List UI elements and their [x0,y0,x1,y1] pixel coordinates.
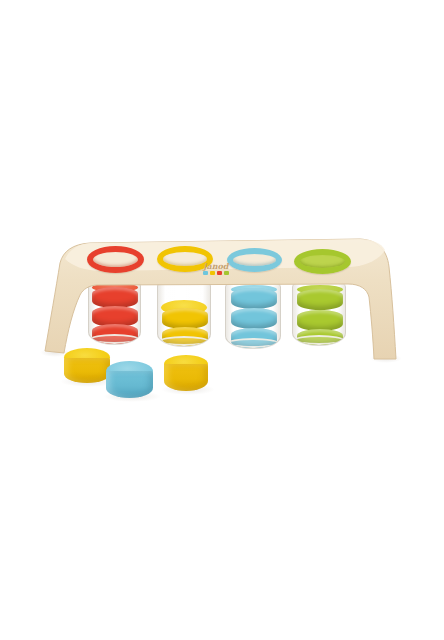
logo-square-blue [203,271,208,275]
brand-logo: janod [194,263,238,275]
logo-square-green [224,271,229,275]
stacking-toy: janod [0,0,444,640]
brand-logo-squares [194,271,238,275]
disc-side [106,371,153,398]
brand-logo-text: janod [194,263,238,270]
disc-side [64,358,110,383]
logo-square-red [217,271,222,275]
disc-side [164,364,208,391]
loose-disc-yellow-right [164,355,208,391]
ring-green [294,249,351,274]
product-photo: janod [0,0,444,640]
logo-square-yellow [210,271,215,275]
loose-disc-yellow-left [64,348,110,383]
bench [0,0,444,640]
loose-disc-blue [106,361,153,398]
ring-red [87,246,144,273]
